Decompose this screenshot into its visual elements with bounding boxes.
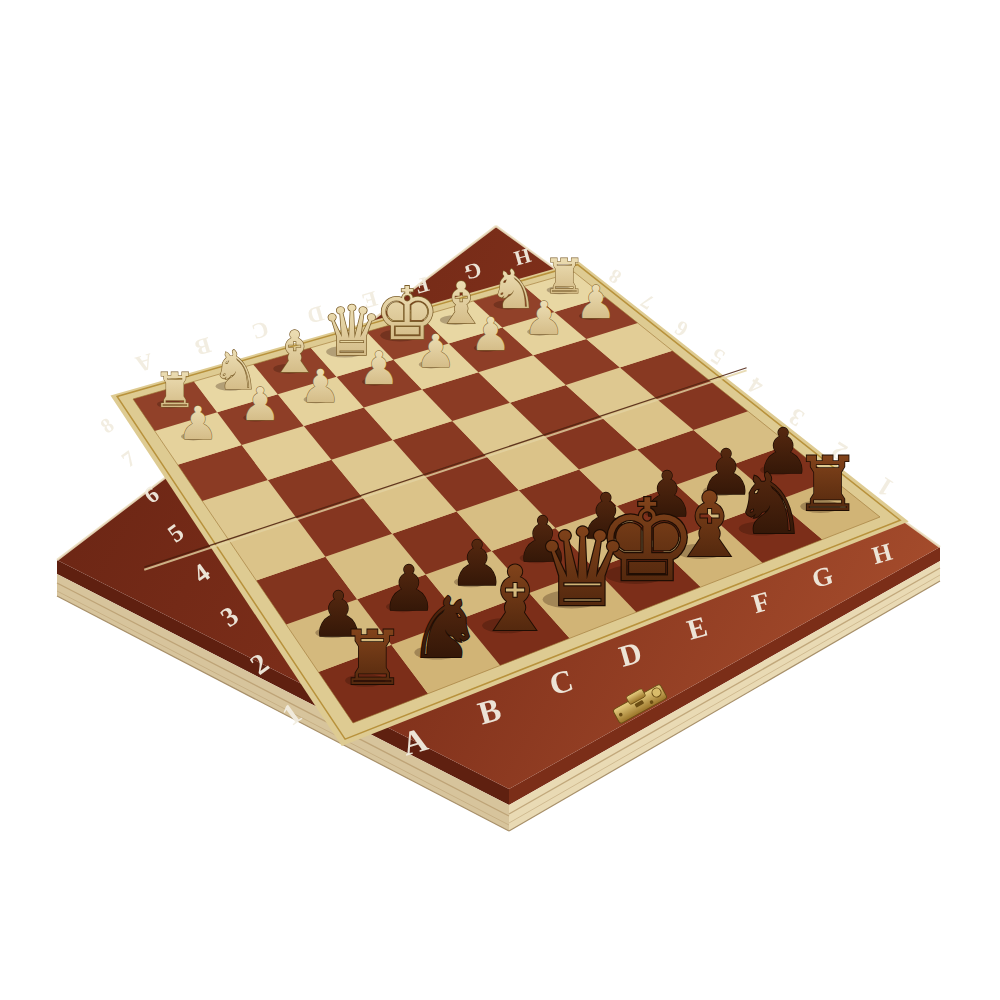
- piece-white-pawn-b7[interactable]: ♟: [240, 378, 281, 431]
- chess-board: A1A1B2B2C3C3D4D4E5E5F6F6G7G7H8H8♜♞♟♝♟♚♟♛…: [0, 0, 1000, 1000]
- piece-dark-bishop-c1[interactable]: ♝: [475, 547, 555, 651]
- label-left-rank-7: 7: [117, 446, 141, 473]
- piece-white-pawn-g7[interactable]: ♟: [524, 292, 565, 345]
- label-right-rank-4: 4: [744, 372, 768, 400]
- label-left-rank-8: 8: [96, 413, 119, 439]
- piece-dark-knight-b1[interactable]: ♞: [408, 579, 483, 677]
- label-far-file-A: A: [132, 349, 155, 378]
- label-right-rank-6: 6: [670, 315, 692, 341]
- piece-white-pawn-h7[interactable]: ♟: [575, 276, 616, 329]
- product-photo-stage: A1A1B2B2C3C3D4D4E5E5F6F6G7G7H8H8♜♞♟♝♟♚♟♛…: [0, 0, 1000, 1000]
- piece-white-pawn-f7[interactable]: ♟: [470, 308, 511, 361]
- label-right-rank-7: 7: [636, 289, 658, 315]
- piece-white-pawn-e7[interactable]: ♟: [415, 325, 456, 378]
- piece-white-pawn-a7[interactable]: ♟: [177, 397, 218, 450]
- piece-white-pawn-d7[interactable]: ♟: [359, 342, 400, 395]
- label-right-rank-1: 1: [872, 471, 898, 502]
- piece-white-pawn-c7[interactable]: ♟: [300, 360, 341, 413]
- label-right-rank-5: 5: [706, 343, 729, 370]
- piece-dark-rook-a1[interactable]: ♜: [339, 615, 406, 702]
